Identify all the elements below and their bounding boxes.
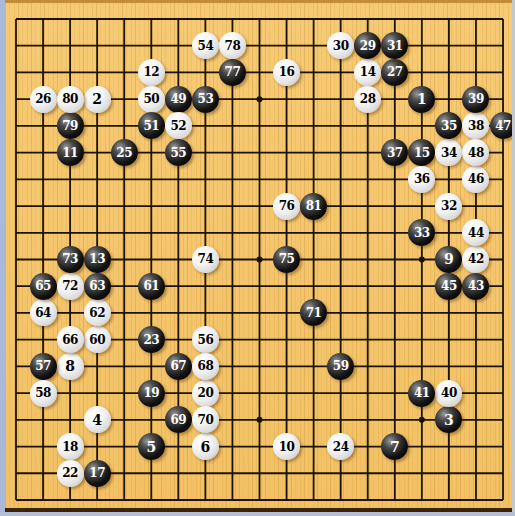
stone-14: 14: [354, 59, 381, 86]
stone-72: 72: [57, 273, 84, 300]
stone-61: 61: [138, 273, 165, 300]
window-bottom-edge: [0, 512, 515, 516]
stone-25: 25: [111, 139, 138, 166]
stone-50: 50: [138, 86, 165, 113]
stone-3: 3: [435, 406, 462, 433]
stone-55: 55: [165, 139, 192, 166]
stone-12: 12: [138, 59, 165, 86]
stone-75: 75: [273, 246, 300, 273]
stone-66: 66: [57, 326, 84, 353]
stone-31: 31: [381, 32, 408, 59]
stone-11: 11: [57, 139, 84, 166]
stone-24: 24: [327, 433, 354, 460]
stone-22: 22: [57, 460, 84, 487]
stone-7: 7: [381, 433, 408, 460]
stone-73: 73: [57, 246, 84, 273]
stone-27: 27: [381, 59, 408, 86]
stone-38: 38: [462, 112, 489, 139]
stone-19: 19: [138, 380, 165, 407]
stone-37: 37: [381, 139, 408, 166]
stone-26: 26: [30, 86, 57, 113]
stone-70: 70: [192, 406, 219, 433]
stone-57: 57: [30, 353, 57, 380]
stone-63: 63: [84, 273, 111, 300]
stone-30: 30: [327, 32, 354, 59]
stone-17: 17: [84, 460, 111, 487]
stone-29: 29: [354, 32, 381, 59]
stone-48: 48: [462, 139, 489, 166]
stone-46: 46: [462, 166, 489, 193]
stone-54: 54: [192, 32, 219, 59]
stone-18: 18: [57, 433, 84, 460]
stone-35: 35: [435, 112, 462, 139]
stone-15: 15: [408, 139, 435, 166]
stone-2: 2: [84, 86, 111, 113]
stone-40: 40: [435, 380, 462, 407]
stone-79: 79: [57, 112, 84, 139]
stone-60: 60: [84, 326, 111, 353]
stone-64: 64: [30, 299, 57, 326]
stone-45: 45: [435, 273, 462, 300]
stone-78: 78: [219, 32, 246, 59]
go-board[interactable]: 1234567891011121314151617181920222324252…: [5, 0, 512, 512]
stone-81: 81: [300, 193, 327, 220]
stone-28: 28: [354, 86, 381, 113]
stone-52: 52: [165, 112, 192, 139]
stone-1: 1: [408, 86, 435, 113]
stone-32: 32: [435, 193, 462, 220]
stone-20: 20: [192, 380, 219, 407]
stone-59: 59: [327, 353, 354, 380]
stone-74: 74: [192, 246, 219, 273]
stone-39: 39: [462, 86, 489, 113]
stone-33: 33: [408, 219, 435, 246]
stone-58: 58: [30, 380, 57, 407]
stone-69: 69: [165, 406, 192, 433]
stone-5: 5: [138, 433, 165, 460]
go-kifu-window: 1234567891011121314151617181920222324252…: [0, 0, 515, 516]
stones-layer: 1234567891011121314151617181920222324252…: [5, 3, 512, 508]
stone-56: 56: [192, 326, 219, 353]
stone-49: 49: [165, 86, 192, 113]
stone-8: 8: [57, 353, 84, 380]
stone-41: 41: [408, 380, 435, 407]
stone-77: 77: [219, 59, 246, 86]
stone-23: 23: [138, 326, 165, 353]
stone-6: 6: [192, 433, 219, 460]
stone-71: 71: [300, 299, 327, 326]
stone-36: 36: [408, 166, 435, 193]
stone-76: 76: [273, 193, 300, 220]
stone-9: 9: [435, 246, 462, 273]
stone-44: 44: [462, 219, 489, 246]
stone-80: 80: [57, 86, 84, 113]
stone-68: 68: [192, 353, 219, 380]
stone-13: 13: [84, 246, 111, 273]
stone-51: 51: [138, 112, 165, 139]
stone-53: 53: [192, 86, 219, 113]
stone-42: 42: [462, 246, 489, 273]
stone-65: 65: [30, 273, 57, 300]
stone-62: 62: [84, 299, 111, 326]
stone-34: 34: [435, 139, 462, 166]
stone-67: 67: [165, 353, 192, 380]
stone-16: 16: [273, 59, 300, 86]
stone-43: 43: [462, 273, 489, 300]
stone-4: 4: [84, 406, 111, 433]
stone-10: 10: [273, 433, 300, 460]
